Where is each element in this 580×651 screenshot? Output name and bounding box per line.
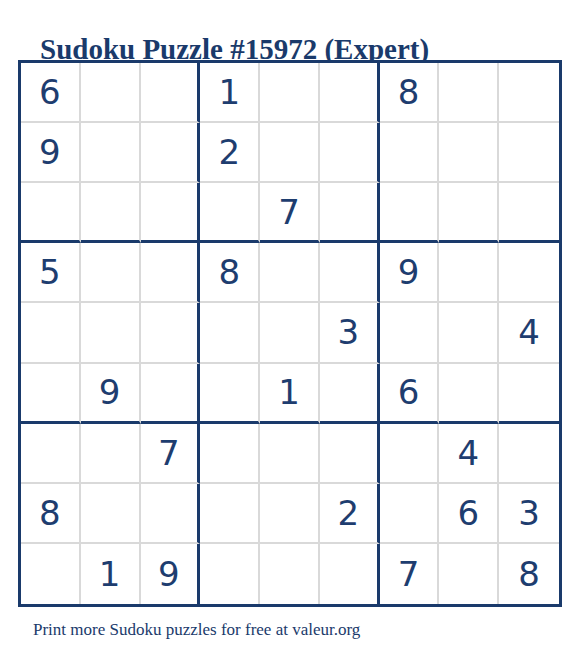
cell-r7c1[interactable] xyxy=(21,424,81,484)
sudoku-board: 618927589349167482631978 xyxy=(18,60,562,607)
cell-r8c2[interactable] xyxy=(81,484,141,544)
cell-r5c2[interactable] xyxy=(81,303,141,363)
cell-r2c9[interactable] xyxy=(499,123,559,183)
cell-r9c1[interactable] xyxy=(21,544,81,604)
cell-r4c8[interactable] xyxy=(439,243,499,303)
footer-text: Print more Sudoku puzzles for free at va… xyxy=(33,620,360,640)
cell-r3c5[interactable]: 7 xyxy=(260,183,320,243)
cell-r9c3[interactable]: 9 xyxy=(141,544,201,604)
cell-r7c5[interactable] xyxy=(260,424,320,484)
cell-r9c8[interactable] xyxy=(439,544,499,604)
cell-r5c8[interactable] xyxy=(439,303,499,363)
cell-r4c9[interactable] xyxy=(499,243,559,303)
cell-r5c6[interactable]: 3 xyxy=(320,303,380,363)
cell-r4c6[interactable] xyxy=(320,243,380,303)
cell-r9c6[interactable] xyxy=(320,544,380,604)
cell-r4c5[interactable] xyxy=(260,243,320,303)
cell-r5c3[interactable] xyxy=(141,303,201,363)
cell-r7c7[interactable] xyxy=(380,424,440,484)
cell-r3c1[interactable] xyxy=(21,183,81,243)
cell-r4c1[interactable]: 5 xyxy=(21,243,81,303)
cell-r6c8[interactable] xyxy=(439,364,499,424)
cell-r1c5[interactable] xyxy=(260,63,320,123)
cell-r9c5[interactable] xyxy=(260,544,320,604)
cell-r2c3[interactable] xyxy=(141,123,201,183)
cell-r1c2[interactable] xyxy=(81,63,141,123)
cell-r6c9[interactable] xyxy=(499,364,559,424)
cell-r8c4[interactable] xyxy=(200,484,260,544)
cell-r6c6[interactable] xyxy=(320,364,380,424)
cell-r2c6[interactable] xyxy=(320,123,380,183)
cell-r7c4[interactable] xyxy=(200,424,260,484)
cell-r2c8[interactable] xyxy=(439,123,499,183)
cell-r8c7[interactable] xyxy=(380,484,440,544)
cell-r8c9[interactable]: 3 xyxy=(499,484,559,544)
cell-r6c4[interactable] xyxy=(200,364,260,424)
cell-r3c4[interactable] xyxy=(200,183,260,243)
cell-r6c3[interactable] xyxy=(141,364,201,424)
cell-r7c3[interactable]: 7 xyxy=(141,424,201,484)
cell-r5c7[interactable] xyxy=(380,303,440,363)
cell-r1c8[interactable] xyxy=(439,63,499,123)
cell-r6c2[interactable]: 9 xyxy=(81,364,141,424)
cell-r4c4[interactable]: 8 xyxy=(200,243,260,303)
cell-r3c8[interactable] xyxy=(439,183,499,243)
cell-r6c5[interactable]: 1 xyxy=(260,364,320,424)
cell-r5c1[interactable] xyxy=(21,303,81,363)
cell-r3c7[interactable] xyxy=(380,183,440,243)
cell-r5c9[interactable]: 4 xyxy=(499,303,559,363)
cell-r2c7[interactable] xyxy=(380,123,440,183)
cell-r8c8[interactable]: 6 xyxy=(439,484,499,544)
cell-r8c3[interactable] xyxy=(141,484,201,544)
cell-r4c7[interactable]: 9 xyxy=(380,243,440,303)
cell-r1c3[interactable] xyxy=(141,63,201,123)
cell-r9c7[interactable]: 7 xyxy=(380,544,440,604)
cell-r7c9[interactable] xyxy=(499,424,559,484)
cell-r2c2[interactable] xyxy=(81,123,141,183)
cell-r8c5[interactable] xyxy=(260,484,320,544)
cell-r3c2[interactable] xyxy=(81,183,141,243)
cell-r8c1[interactable]: 8 xyxy=(21,484,81,544)
cell-r1c7[interactable]: 8 xyxy=(380,63,440,123)
cell-r4c2[interactable] xyxy=(81,243,141,303)
cell-r9c2[interactable]: 1 xyxy=(81,544,141,604)
cell-r3c3[interactable] xyxy=(141,183,201,243)
cell-r2c5[interactable] xyxy=(260,123,320,183)
cell-r5c5[interactable] xyxy=(260,303,320,363)
cell-r7c8[interactable]: 4 xyxy=(439,424,499,484)
cell-r2c1[interactable]: 9 xyxy=(21,123,81,183)
cell-r6c1[interactable] xyxy=(21,364,81,424)
cell-r1c4[interactable]: 1 xyxy=(200,63,260,123)
cell-r6c7[interactable]: 6 xyxy=(380,364,440,424)
cell-r5c4[interactable] xyxy=(200,303,260,363)
cell-r3c9[interactable] xyxy=(499,183,559,243)
cell-r9c4[interactable] xyxy=(200,544,260,604)
cell-r8c6[interactable]: 2 xyxy=(320,484,380,544)
cell-r3c6[interactable] xyxy=(320,183,380,243)
cell-r1c9[interactable] xyxy=(499,63,559,123)
cell-r7c6[interactable] xyxy=(320,424,380,484)
cell-r4c3[interactable] xyxy=(141,243,201,303)
cell-r9c9[interactable]: 8 xyxy=(499,544,559,604)
cell-r1c1[interactable]: 6 xyxy=(21,63,81,123)
cell-r7c2[interactable] xyxy=(81,424,141,484)
cell-r2c4[interactable]: 2 xyxy=(200,123,260,183)
cell-r1c6[interactable] xyxy=(320,63,380,123)
